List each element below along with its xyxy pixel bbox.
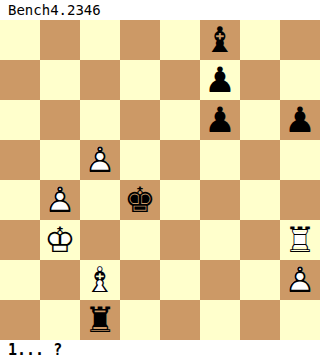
chess-app-window: Bench4.2346 ♝♟♟♟♟♙♟♙♚♚♔♜♖♝♗♟♙♜ 1... ? <box>0 0 320 360</box>
square-f6[interactable]: ♟ <box>200 100 240 140</box>
square-d4[interactable]: ♚ <box>120 180 160 220</box>
square-b2[interactable] <box>40 260 80 300</box>
white-bishop-fill: ♝ <box>80 260 120 300</box>
square-g1[interactable] <box>240 300 280 340</box>
white-rook-icon: ♖ <box>280 220 320 260</box>
square-a2[interactable] <box>0 260 40 300</box>
square-f3[interactable] <box>200 220 240 260</box>
square-f4[interactable] <box>200 180 240 220</box>
black-pawn-icon: ♟ <box>280 100 320 140</box>
square-a3[interactable] <box>0 220 40 260</box>
square-d7[interactable] <box>120 60 160 100</box>
white-pawn-icon: ♙ <box>280 260 320 300</box>
square-h6[interactable]: ♟ <box>280 100 320 140</box>
square-a1[interactable] <box>0 300 40 340</box>
square-b7[interactable] <box>40 60 80 100</box>
square-h7[interactable] <box>280 60 320 100</box>
black-bishop-icon: ♝ <box>200 20 240 60</box>
square-d8[interactable] <box>120 20 160 60</box>
square-e8[interactable] <box>160 20 200 60</box>
square-c1[interactable]: ♜ <box>80 300 120 340</box>
square-g7[interactable] <box>240 60 280 100</box>
square-c5[interactable]: ♟♙ <box>80 140 120 180</box>
square-c8[interactable] <box>80 20 120 60</box>
square-g3[interactable] <box>240 220 280 260</box>
black-king-icon: ♚ <box>120 180 160 220</box>
white-pawn-icon: ♙ <box>40 180 80 220</box>
square-e2[interactable] <box>160 260 200 300</box>
square-c4[interactable] <box>80 180 120 220</box>
board: ♝♟♟♟♟♙♟♙♚♚♔♜♖♝♗♟♙♜ <box>0 20 320 340</box>
square-h2[interactable]: ♟♙ <box>280 260 320 300</box>
white-pawn-icon: ♙ <box>80 140 120 180</box>
square-h3[interactable]: ♜♖ <box>280 220 320 260</box>
square-a4[interactable] <box>0 180 40 220</box>
square-f5[interactable] <box>200 140 240 180</box>
square-c6[interactable] <box>80 100 120 140</box>
square-e5[interactable] <box>160 140 200 180</box>
white-pawn-fill: ♟ <box>280 260 320 300</box>
square-h4[interactable] <box>280 180 320 220</box>
white-pawn-fill: ♟ <box>80 140 120 180</box>
black-pawn-icon: ♟ <box>200 60 240 100</box>
square-f7[interactable]: ♟ <box>200 60 240 100</box>
square-e6[interactable] <box>160 100 200 140</box>
square-g6[interactable] <box>240 100 280 140</box>
square-b1[interactable] <box>40 300 80 340</box>
square-c2[interactable]: ♝♗ <box>80 260 120 300</box>
square-g5[interactable] <box>240 140 280 180</box>
white-bishop-icon: ♗ <box>80 260 120 300</box>
square-b4[interactable]: ♟♙ <box>40 180 80 220</box>
square-d1[interactable] <box>120 300 160 340</box>
square-b3[interactable]: ♚♔ <box>40 220 80 260</box>
square-h1[interactable] <box>280 300 320 340</box>
square-g4[interactable] <box>240 180 280 220</box>
square-c3[interactable] <box>80 220 120 260</box>
square-a8[interactable] <box>0 20 40 60</box>
square-g2[interactable] <box>240 260 280 300</box>
square-h5[interactable] <box>280 140 320 180</box>
square-f1[interactable] <box>200 300 240 340</box>
square-e4[interactable] <box>160 180 200 220</box>
white-pawn-fill: ♟ <box>40 180 80 220</box>
square-f2[interactable] <box>200 260 240 300</box>
square-a5[interactable] <box>0 140 40 180</box>
page-title: Bench4.2346 <box>0 0 320 20</box>
square-a6[interactable] <box>0 100 40 140</box>
square-f8[interactable]: ♝ <box>200 20 240 60</box>
square-b6[interactable] <box>40 100 80 140</box>
square-d3[interactable] <box>120 220 160 260</box>
square-e1[interactable] <box>160 300 200 340</box>
white-king-fill: ♚ <box>40 220 80 260</box>
black-pawn-icon: ♟ <box>200 100 240 140</box>
square-a7[interactable] <box>0 60 40 100</box>
square-b8[interactable] <box>40 20 80 60</box>
square-d6[interactable] <box>120 100 160 140</box>
square-d5[interactable] <box>120 140 160 180</box>
black-rook-icon: ♜ <box>80 300 120 340</box>
white-rook-fill: ♜ <box>280 220 320 260</box>
move-prompt: 1... ? <box>0 340 320 360</box>
square-h8[interactable] <box>280 20 320 60</box>
square-b5[interactable] <box>40 140 80 180</box>
square-e3[interactable] <box>160 220 200 260</box>
square-e7[interactable] <box>160 60 200 100</box>
square-c7[interactable] <box>80 60 120 100</box>
white-king-icon: ♔ <box>40 220 80 260</box>
square-g8[interactable] <box>240 20 280 60</box>
square-d2[interactable] <box>120 260 160 300</box>
